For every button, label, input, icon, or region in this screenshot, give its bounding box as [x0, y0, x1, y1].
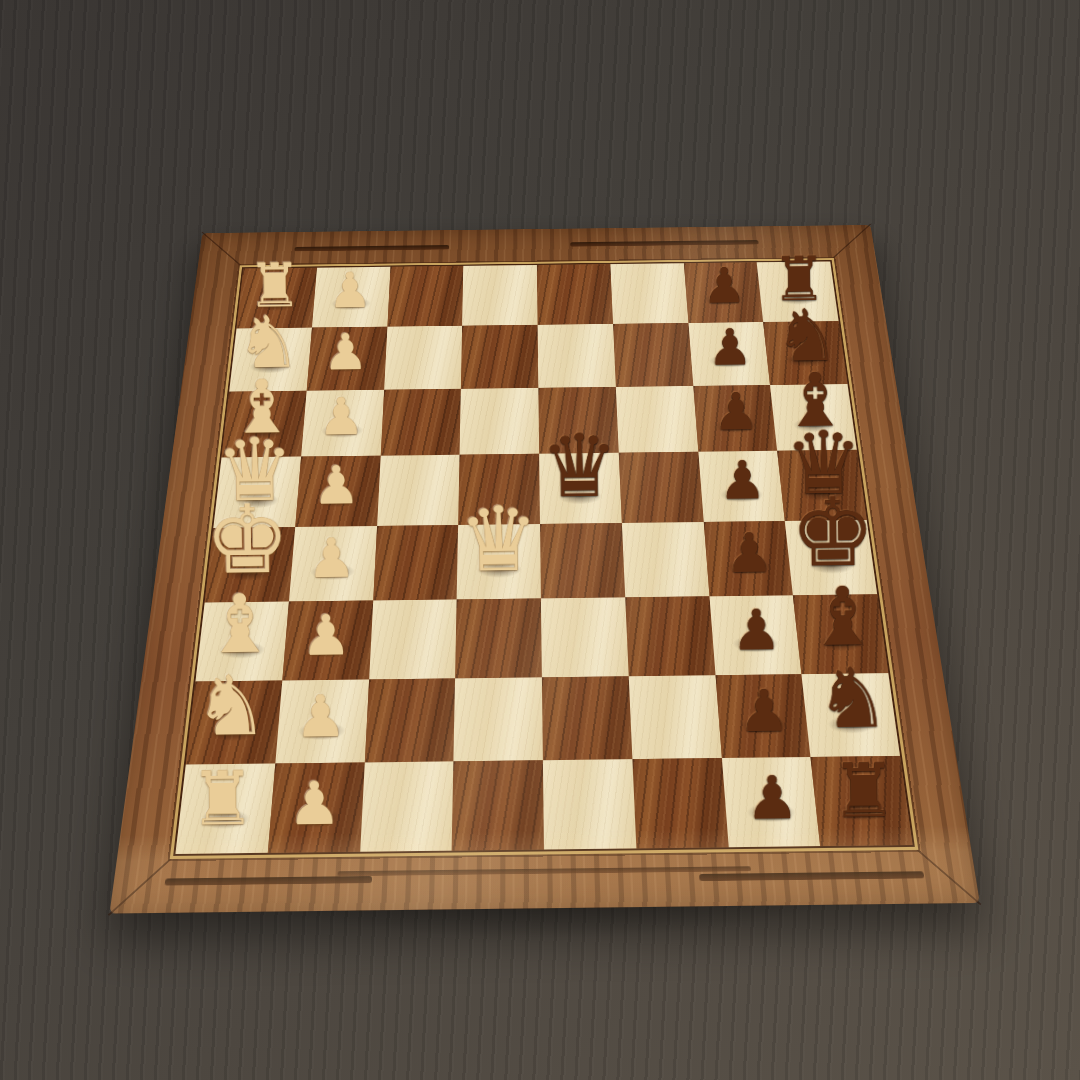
square-g7: ♟	[715, 674, 811, 759]
square-b5	[538, 324, 616, 388]
square-b6	[613, 323, 693, 387]
piece-white-pawn: ♟	[313, 460, 361, 511]
square-g5	[542, 676, 632, 761]
piece-black-pawn: ♟	[731, 603, 782, 657]
piece-white-pawn: ♟	[318, 392, 365, 441]
square-g2: ♟	[275, 679, 369, 764]
piece-white-pawn: ♟	[323, 328, 368, 376]
square-g3	[364, 678, 455, 763]
square-h6	[632, 758, 728, 848]
square-e2: ♟	[289, 526, 377, 601]
square-e4: ♛	[457, 524, 541, 599]
piece-black-pawn: ♟	[745, 770, 799, 827]
piece-white-bishop: ♝	[204, 586, 277, 663]
square-c2: ♟	[301, 389, 384, 456]
square-f6	[625, 596, 715, 676]
square-h4	[452, 760, 544, 850]
piece-white-pawn: ♟	[301, 608, 352, 662]
piece-white-pawn: ♟	[288, 775, 342, 832]
square-a6	[610, 263, 688, 324]
frame-miter-seam	[828, 223, 871, 262]
square-a4	[462, 265, 537, 326]
square-h1: ♜	[175, 764, 275, 854]
square-b3	[384, 326, 463, 390]
piece-white-pawn: ♟	[328, 267, 372, 314]
square-h3	[360, 762, 454, 852]
square-c7: ♟	[693, 385, 777, 452]
square-a2: ♟	[312, 267, 390, 328]
square-a7: ♟	[684, 262, 764, 323]
board-frame: ♜♟♟♜♞♟♟♞♝♟♟♝♛♟♛♟♛♚♟♛♟♚♝♟♟♝♞♟♟♞♜♟♟♜	[110, 225, 980, 914]
piece-black-rook: ♜	[830, 755, 897, 826]
square-e3	[373, 525, 459, 600]
piece-black-pawn: ♟	[707, 323, 752, 371]
frame-miter-seam	[201, 232, 245, 270]
square-b4	[461, 325, 538, 389]
square-c6	[616, 386, 698, 453]
piece-black-pawn: ♟	[713, 388, 760, 437]
square-c4	[460, 388, 539, 455]
square-a3	[387, 266, 463, 327]
photo-backdrop-table: ♜♟♟♜♞♟♟♞♝♟♟♝♛♟♛♟♛♚♟♛♟♚♝♟♟♝♞♟♟♞♜♟♟♜	[0, 0, 1080, 1080]
square-f7: ♟	[709, 595, 802, 675]
piece-black-pawn: ♟	[725, 527, 774, 579]
square-g6	[628, 675, 721, 760]
frame-joint-slot	[570, 240, 759, 247]
square-h7: ♟	[721, 757, 820, 847]
playing-area: ♜♟♟♜♞♟♟♞♝♟♟♝♛♟♛♟♛♚♟♛♟♚♝♟♟♝♞♟♟♞♜♟♟♜	[175, 261, 912, 854]
piece-black-pawn: ♟	[718, 455, 766, 506]
piece-white-rook: ♜	[190, 763, 257, 834]
square-d7: ♟	[698, 451, 785, 522]
square-g4	[454, 677, 543, 762]
square-b7: ♟	[688, 322, 770, 386]
square-e5	[540, 523, 625, 598]
piece-white-queen: ♛	[458, 497, 539, 583]
piece-black-bishop: ♝	[806, 579, 879, 656]
piece-white-pawn: ♟	[307, 532, 356, 584]
square-d6	[619, 452, 704, 523]
piece-white-knight: ♞	[194, 666, 269, 746]
square-c3	[380, 388, 461, 455]
square-f2: ♟	[282, 600, 373, 680]
square-d2: ♟	[295, 456, 380, 527]
square-h5	[543, 759, 636, 849]
chess-board: ♜♟♟♜♞♟♟♞♝♟♟♝♛♟♛♟♛♚♟♛♟♚♝♟♟♝♞♟♟♞♜♟♟♜	[110, 225, 980, 914]
frame-joint-slot	[294, 245, 449, 251]
square-f3	[369, 599, 457, 679]
piece-white-pawn: ♟	[294, 689, 346, 744]
square-g1: ♞	[186, 680, 282, 765]
board-perspective-wrapper: ♜♟♟♜♞♟♟♞♝♟♟♝♛♟♛♟♛♚♟♛♟♚♝♟♟♝♞♟♟♞♜♟♟♜	[54, 56, 1026, 1028]
square-d5: ♛	[539, 453, 622, 524]
square-a5	[537, 264, 613, 325]
square-h8: ♜	[811, 756, 913, 846]
piece-black-pawn: ♟	[738, 684, 790, 739]
piece-black-knight: ♞	[815, 659, 890, 739]
square-b2: ♟	[306, 326, 387, 390]
square-d3	[377, 455, 460, 526]
square-e7: ♟	[703, 521, 793, 596]
square-h2: ♟	[268, 763, 365, 853]
piece-black-king: ♚	[789, 487, 875, 578]
piece-white-king: ♚	[205, 495, 291, 586]
square-f5	[541, 597, 629, 677]
square-e6	[622, 522, 709, 597]
piece-black-pawn: ♟	[702, 263, 746, 310]
piece-black-queen: ♛	[540, 425, 619, 508]
square-g8: ♞	[802, 673, 900, 758]
square-f4	[455, 598, 542, 678]
